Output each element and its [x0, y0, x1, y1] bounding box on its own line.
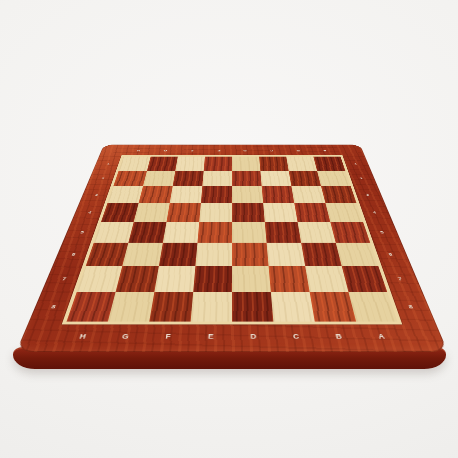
square-d5 — [232, 222, 267, 243]
square-d3 — [232, 186, 263, 203]
square-h6 — [86, 243, 129, 266]
square-b5 — [298, 222, 336, 243]
square-f2 — [173, 171, 204, 186]
file-labels-near-edge: HGFEDCBA — [56, 322, 408, 352]
square-a4 — [325, 203, 363, 222]
chess-board: HGFEDCBA HGFEDCBA 12345678 12345678 — [16, 145, 448, 352]
square-d2 — [232, 171, 262, 186]
square-a7 — [342, 266, 388, 292]
file-label: C — [273, 322, 320, 352]
square-e7 — [193, 266, 232, 292]
file-label: F — [144, 322, 191, 352]
file-label: E — [188, 322, 232, 352]
square-a6 — [336, 243, 379, 266]
square-c6 — [267, 243, 306, 266]
checkerboard-grid — [67, 157, 398, 322]
square-f3 — [170, 186, 203, 203]
square-h5 — [94, 222, 134, 243]
square-d8 — [232, 292, 273, 322]
square-c4 — [263, 203, 297, 222]
file-label: D — [232, 322, 276, 352]
square-g8 — [108, 292, 154, 322]
square-d6 — [232, 243, 269, 266]
square-g6 — [122, 243, 163, 266]
square-e2 — [202, 171, 232, 186]
product-photo-background: HGFEDCBA HGFEDCBA 12345678 12345678 — [0, 0, 458, 458]
square-e8 — [191, 292, 232, 322]
square-c2 — [260, 171, 291, 186]
square-e6 — [195, 243, 232, 266]
square-g4 — [134, 203, 170, 222]
square-c7 — [269, 266, 310, 292]
square-h1 — [119, 157, 151, 171]
square-f1 — [175, 157, 205, 171]
playing-field — [62, 155, 403, 324]
square-c1 — [259, 157, 289, 171]
square-c5 — [265, 222, 301, 243]
square-c8 — [271, 292, 315, 322]
square-f5 — [163, 222, 199, 243]
square-h3 — [107, 186, 143, 203]
square-f6 — [159, 243, 198, 266]
square-d1 — [232, 157, 260, 171]
square-b3 — [291, 186, 325, 203]
file-label: A — [356, 322, 408, 352]
square-g5 — [128, 222, 166, 243]
square-d7 — [232, 266, 271, 292]
square-a3 — [321, 186, 357, 203]
square-h4 — [101, 203, 139, 222]
square-a1 — [313, 157, 345, 171]
square-a2 — [317, 171, 351, 186]
square-e5 — [197, 222, 232, 243]
square-f8 — [149, 292, 193, 322]
square-g1 — [147, 157, 178, 171]
square-g2 — [143, 171, 175, 186]
square-f7 — [154, 266, 195, 292]
square-f4 — [166, 203, 200, 222]
square-g7 — [116, 266, 159, 292]
square-h2 — [113, 171, 147, 186]
square-b1 — [286, 157, 317, 171]
square-a5 — [330, 222, 370, 243]
square-e4 — [199, 203, 232, 222]
square-a8 — [348, 292, 397, 322]
square-e1 — [204, 157, 232, 171]
square-b2 — [289, 171, 321, 186]
square-e3 — [201, 186, 232, 203]
square-c3 — [262, 186, 295, 203]
square-d4 — [232, 203, 265, 222]
file-label: G — [100, 322, 149, 352]
square-b4 — [294, 203, 330, 222]
square-g3 — [139, 186, 173, 203]
